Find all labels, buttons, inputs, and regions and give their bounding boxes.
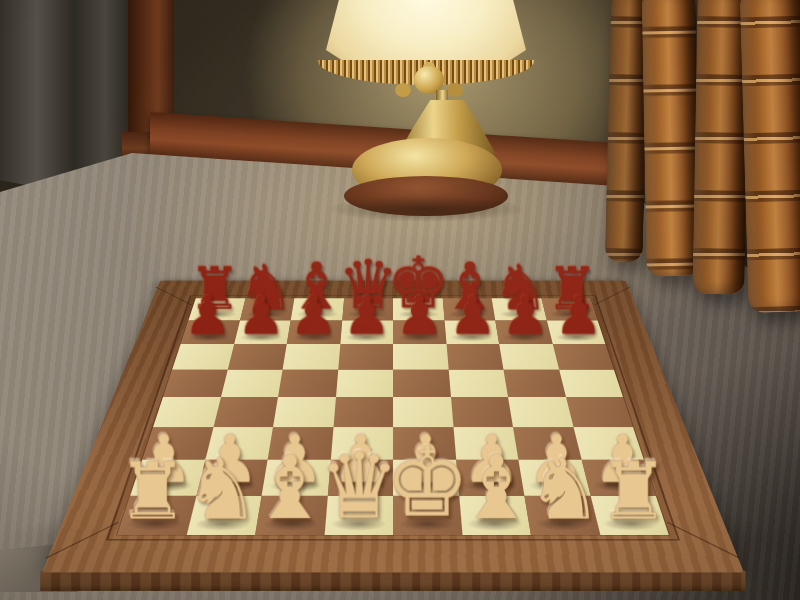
white-rook-h1: ♜ xyxy=(585,453,682,532)
square-e6 xyxy=(393,344,448,369)
chessboard-wrapper: ♜♞♝♛♚♝♞♜♟♟♟♟♟♟♟♟♟♟♟♟♟♟♟♟♜♞♝♛♚♝♞♜ xyxy=(113,117,673,600)
square-c5 xyxy=(278,369,338,397)
square-f5 xyxy=(448,369,508,397)
square-a5 xyxy=(163,369,227,397)
square-d5 xyxy=(336,369,394,397)
square-a6 xyxy=(172,344,234,369)
photo-scene: ♜♞♝♛♚♝♞♜♟♟♟♟♟♟♟♟♟♟♟♟♟♟♟♟♜♞♝♛♚♝♞♜ xyxy=(0,0,800,600)
square-f6 xyxy=(446,344,503,369)
square-h7: ♟ xyxy=(546,320,605,344)
book-spine-4 xyxy=(740,0,800,313)
square-d6 xyxy=(338,344,393,369)
square-b6 xyxy=(227,344,286,369)
square-c6 xyxy=(283,344,340,369)
square-h5 xyxy=(559,369,623,397)
board-front-face xyxy=(40,571,746,591)
square-h6 xyxy=(552,344,614,369)
red-pawn-h7: ♟ xyxy=(541,288,616,341)
square-g6 xyxy=(499,344,558,369)
board-playing-field: ♜♞♝♛♚♝♞♜♟♟♟♟♟♟♟♟♟♟♟♟♟♟♟♟♜♞♝♛♚♝♞♜ xyxy=(117,298,669,535)
square-e5 xyxy=(393,369,451,397)
chessboard: ♜♞♝♛♚♝♞♜♟♟♟♟♟♟♟♟♟♟♟♟♟♟♟♟♜♞♝♛♚♝♞♜ xyxy=(42,281,744,573)
square-b5 xyxy=(221,369,283,397)
square-g5 xyxy=(503,369,565,397)
square-h1: ♜ xyxy=(590,496,669,535)
